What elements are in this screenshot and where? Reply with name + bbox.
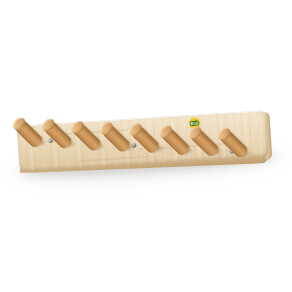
coat-rack: Erzi: [17, 110, 269, 172]
product-photo: Erzi: [0, 0, 292, 292]
brand-badge-label: Erzi: [190, 121, 198, 125]
brand-badge-band: Erzi: [190, 121, 199, 126]
